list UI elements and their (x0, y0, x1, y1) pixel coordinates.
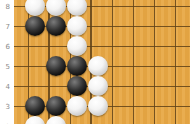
intersection[interactable] (88, 16, 109, 36)
intersection[interactable] (130, 16, 151, 36)
row-label-5: 5 (6, 63, 10, 71)
black-stone (46, 56, 66, 76)
intersection[interactable] (46, 116, 67, 124)
intersection[interactable] (151, 36, 172, 56)
intersection[interactable] (25, 0, 46, 16)
row-label-4: 4 (6, 83, 10, 91)
intersection[interactable] (130, 116, 151, 124)
row-label-2: 2 (6, 123, 10, 124)
black-stone (25, 96, 45, 116)
intersection[interactable] (67, 96, 88, 116)
intersection[interactable] (88, 96, 109, 116)
white-stone (25, 0, 45, 16)
black-stone (46, 96, 66, 116)
intersection[interactable] (130, 56, 151, 76)
intersection[interactable] (46, 36, 67, 56)
intersection[interactable] (130, 36, 151, 56)
intersection[interactable] (151, 16, 172, 36)
intersection[interactable] (151, 0, 172, 16)
intersection[interactable] (25, 36, 46, 56)
row-label-6: 6 (6, 43, 10, 51)
intersection[interactable] (25, 76, 46, 96)
row-label-8: 8 (6, 3, 10, 11)
intersection[interactable] (46, 0, 67, 16)
intersection[interactable] (109, 116, 130, 124)
row-label-3: 3 (6, 103, 10, 111)
white-stone (88, 76, 108, 96)
go-board-screenshot: 8 7 6 5 4 3 2 (0, 0, 190, 124)
intersection[interactable] (46, 76, 67, 96)
white-stone (25, 116, 45, 124)
intersection[interactable] (109, 56, 130, 76)
intersection[interactable] (109, 36, 130, 56)
intersection[interactable] (151, 96, 172, 116)
white-stone (46, 116, 66, 124)
intersection[interactable] (88, 36, 109, 56)
white-stone (88, 56, 108, 76)
stones-grid (4, 0, 172, 124)
intersection[interactable] (67, 0, 88, 16)
intersection[interactable] (46, 16, 67, 36)
intersection[interactable] (25, 96, 46, 116)
white-stone (67, 16, 87, 36)
black-stone (46, 16, 66, 36)
intersection[interactable] (67, 116, 88, 124)
intersection[interactable] (25, 16, 46, 36)
intersection[interactable] (67, 16, 88, 36)
intersection[interactable] (46, 96, 67, 116)
white-stone (46, 0, 66, 16)
white-stone (67, 0, 87, 16)
row-label-7: 7 (6, 23, 10, 31)
intersection[interactable] (109, 76, 130, 96)
intersection[interactable] (151, 56, 172, 76)
white-stone (88, 96, 108, 116)
intersection[interactable] (130, 0, 151, 16)
intersection[interactable] (88, 116, 109, 124)
intersection[interactable] (25, 56, 46, 76)
intersection[interactable] (151, 116, 172, 124)
intersection[interactable] (151, 76, 172, 96)
intersection[interactable] (109, 16, 130, 36)
intersection[interactable] (25, 116, 46, 124)
black-stone (67, 76, 87, 96)
intersection[interactable] (130, 96, 151, 116)
row-labels-gutter: 8 7 6 5 4 3 2 (0, 0, 14, 124)
intersection[interactable] (88, 0, 109, 16)
black-stone (25, 16, 45, 36)
intersection[interactable] (88, 56, 109, 76)
intersection[interactable] (109, 96, 130, 116)
white-stone (67, 36, 87, 56)
intersection[interactable] (67, 76, 88, 96)
intersection[interactable] (88, 76, 109, 96)
intersection[interactable] (67, 36, 88, 56)
intersection[interactable] (67, 56, 88, 76)
intersection[interactable] (130, 76, 151, 96)
white-stone (67, 96, 87, 116)
intersection[interactable] (46, 56, 67, 76)
intersection[interactable] (109, 0, 130, 16)
black-stone (67, 56, 87, 76)
